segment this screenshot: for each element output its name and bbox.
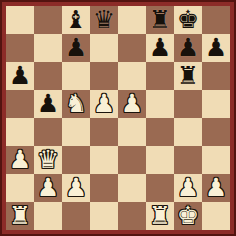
- square-f2[interactable]: [146, 174, 174, 202]
- square-d3[interactable]: [90, 146, 118, 174]
- white-pawn-d5[interactable]: ♟: [90, 90, 118, 118]
- white-knight-c5[interactable]: ♞: [62, 90, 90, 118]
- square-b1[interactable]: [34, 202, 62, 230]
- square-f6[interactable]: [146, 62, 174, 90]
- square-a6[interactable]: ♟: [6, 62, 34, 90]
- square-h5[interactable]: [202, 90, 230, 118]
- black-rook-g6[interactable]: ♜: [174, 62, 202, 90]
- square-g2[interactable]: ♟: [174, 174, 202, 202]
- square-h6[interactable]: [202, 62, 230, 90]
- square-a8[interactable]: [6, 6, 34, 34]
- square-a5[interactable]: [6, 90, 34, 118]
- square-e5[interactable]: ♟: [118, 90, 146, 118]
- black-pawn-b5[interactable]: ♟: [34, 90, 62, 118]
- square-e7[interactable]: [118, 34, 146, 62]
- square-g1[interactable]: ♚: [174, 202, 202, 230]
- square-g3[interactable]: [174, 146, 202, 174]
- square-e3[interactable]: [118, 146, 146, 174]
- square-h4[interactable]: [202, 118, 230, 146]
- black-pawn-h7[interactable]: ♟: [202, 34, 230, 62]
- square-a2[interactable]: [6, 174, 34, 202]
- square-d1[interactable]: [90, 202, 118, 230]
- black-rook-f8[interactable]: ♜: [146, 6, 174, 34]
- white-pawn-b2[interactable]: ♟: [34, 174, 62, 202]
- square-c4[interactable]: [62, 118, 90, 146]
- square-c6[interactable]: [62, 62, 90, 90]
- square-f8[interactable]: ♜: [146, 6, 174, 34]
- white-rook-a1[interactable]: ♜: [6, 202, 34, 230]
- square-e1[interactable]: [118, 202, 146, 230]
- board-frame: ♝♛♜♚♟♟♟♟♟♜♟♞♟♟♟♛♟♟♟♟♜♜♚: [0, 0, 236, 236]
- square-g6[interactable]: ♜: [174, 62, 202, 90]
- square-b2[interactable]: ♟: [34, 174, 62, 202]
- square-e6[interactable]: [118, 62, 146, 90]
- square-d6[interactable]: [90, 62, 118, 90]
- square-c7[interactable]: ♟: [62, 34, 90, 62]
- white-pawn-g2[interactable]: ♟: [174, 174, 202, 202]
- square-c1[interactable]: [62, 202, 90, 230]
- square-b8[interactable]: [34, 6, 62, 34]
- square-c5[interactable]: ♞: [62, 90, 90, 118]
- square-a3[interactable]: ♟: [6, 146, 34, 174]
- white-pawn-c2[interactable]: ♟: [62, 174, 90, 202]
- black-pawn-f7[interactable]: ♟: [146, 34, 174, 62]
- white-pawn-a3[interactable]: ♟: [6, 146, 34, 174]
- black-pawn-a6[interactable]: ♟: [6, 62, 34, 90]
- chess-board: ♝♛♜♚♟♟♟♟♟♜♟♞♟♟♟♛♟♟♟♟♜♜♚: [6, 6, 230, 230]
- square-g7[interactable]: ♟: [174, 34, 202, 62]
- square-a7[interactable]: [6, 34, 34, 62]
- square-b3[interactable]: ♛: [34, 146, 62, 174]
- square-g4[interactable]: [174, 118, 202, 146]
- square-f1[interactable]: ♜: [146, 202, 174, 230]
- square-h8[interactable]: [202, 6, 230, 34]
- square-b7[interactable]: [34, 34, 62, 62]
- square-c8[interactable]: ♝: [62, 6, 90, 34]
- square-d8[interactable]: ♛: [90, 6, 118, 34]
- black-pawn-c7[interactable]: ♟: [62, 34, 90, 62]
- white-rook-f1[interactable]: ♜: [146, 202, 174, 230]
- square-f7[interactable]: ♟: [146, 34, 174, 62]
- white-king-g1[interactable]: ♚: [174, 202, 202, 230]
- black-king-g8[interactable]: ♚: [174, 6, 202, 34]
- square-a4[interactable]: [6, 118, 34, 146]
- square-d7[interactable]: [90, 34, 118, 62]
- square-a1[interactable]: ♜: [6, 202, 34, 230]
- square-h7[interactable]: ♟: [202, 34, 230, 62]
- black-pawn-g7[interactable]: ♟: [174, 34, 202, 62]
- square-b5[interactable]: ♟: [34, 90, 62, 118]
- square-c2[interactable]: ♟: [62, 174, 90, 202]
- white-queen-b3[interactable]: ♛: [34, 146, 62, 174]
- square-h1[interactable]: [202, 202, 230, 230]
- square-f4[interactable]: [146, 118, 174, 146]
- square-d2[interactable]: [90, 174, 118, 202]
- square-e2[interactable]: [118, 174, 146, 202]
- square-b4[interactable]: [34, 118, 62, 146]
- square-f5[interactable]: [146, 90, 174, 118]
- square-e4[interactable]: [118, 118, 146, 146]
- square-d5[interactable]: ♟: [90, 90, 118, 118]
- square-h2[interactable]: ♟: [202, 174, 230, 202]
- square-g8[interactable]: ♚: [174, 6, 202, 34]
- white-pawn-h2[interactable]: ♟: [202, 174, 230, 202]
- square-h3[interactable]: [202, 146, 230, 174]
- black-bishop-c8[interactable]: ♝: [62, 6, 90, 34]
- white-pawn-e5[interactable]: ♟: [118, 90, 146, 118]
- square-e8[interactable]: [118, 6, 146, 34]
- square-b6[interactable]: [34, 62, 62, 90]
- black-queen-d8[interactable]: ♛: [90, 6, 118, 34]
- square-d4[interactable]: [90, 118, 118, 146]
- square-f3[interactable]: [146, 146, 174, 174]
- square-g5[interactable]: [174, 90, 202, 118]
- square-c3[interactable]: [62, 146, 90, 174]
